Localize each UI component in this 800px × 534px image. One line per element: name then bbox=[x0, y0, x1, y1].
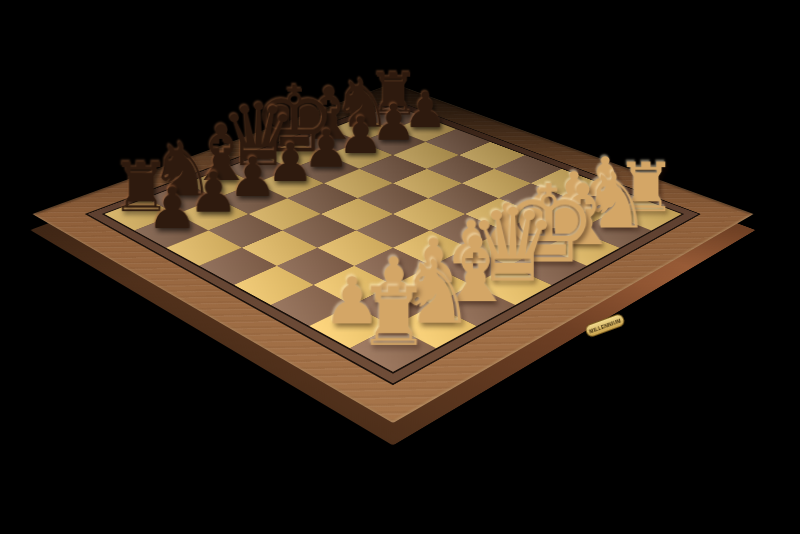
chess-product-photo: ♜♞♝♛♚♝♞♜♟♟♟♟♟♟♟♟♟♟♟♟♟♟♟♟♜♞♝♛♚♝♞♜ MILLENN… bbox=[0, 0, 800, 534]
chess-board: ♜♞♝♛♚♝♞♜♟♟♟♟♟♟♟♟♟♟♟♟♟♟♟♟♜♞♝♛♚♝♞♜ bbox=[32, 83, 753, 423]
board-frame: ♜♞♝♛♚♝♞♜♟♟♟♟♟♟♟♟♟♟♟♟♟♟♟♟♜♞♝♛♚♝♞♜ bbox=[32, 83, 753, 423]
